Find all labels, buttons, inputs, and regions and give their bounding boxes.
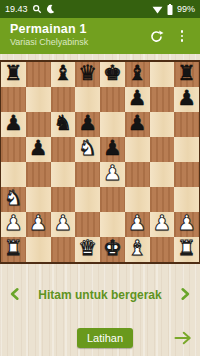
square-d8[interactable]: ♛ <box>75 62 100 87</box>
square-b6[interactable] <box>26 112 51 137</box>
square-g4[interactable] <box>150 162 175 187</box>
black-pawn: ♟ <box>128 113 147 134</box>
white-rook: ♜ <box>177 238 196 259</box>
search-icon <box>32 4 42 14</box>
training-button[interactable]: Latihan <box>77 328 133 348</box>
square-c4[interactable] <box>51 162 76 187</box>
square-c8[interactable]: ♝ <box>51 62 76 87</box>
overflow-menu-button[interactable] <box>172 26 192 46</box>
wifi-icon <box>152 5 163 14</box>
black-pawn: ♟ <box>29 138 48 159</box>
square-h4[interactable] <box>174 162 199 187</box>
white-pawn: ♟ <box>177 213 196 234</box>
black-pawn: ♟ <box>177 88 196 109</box>
next-move-button[interactable] <box>177 286 193 304</box>
square-d2[interactable] <box>75 212 100 237</box>
square-g3[interactable] <box>150 187 175 212</box>
square-h2[interactable]: ♟ <box>174 212 199 237</box>
forward-button[interactable] <box>173 329 193 347</box>
square-g5[interactable] <box>150 137 175 162</box>
status-bar: 19.43 99% <box>0 0 200 18</box>
square-e8[interactable]: ♚ <box>100 62 125 87</box>
white-bishop: ♝ <box>128 238 147 259</box>
previous-move-button[interactable] <box>7 286 23 304</box>
square-a1[interactable]: ♜ <box>1 237 26 262</box>
square-d6[interactable]: ♟ <box>75 112 100 137</box>
square-b5[interactable]: ♟ <box>26 137 51 162</box>
overflow-menu-icon <box>181 30 184 33</box>
chevron-right-icon <box>178 286 192 302</box>
white-king: ♚ <box>103 238 122 259</box>
square-a5[interactable] <box>1 137 26 162</box>
square-g1[interactable] <box>150 237 175 262</box>
square-b3[interactable] <box>26 187 51 212</box>
square-a7[interactable] <box>1 87 26 112</box>
square-b2[interactable]: ♟ <box>26 212 51 237</box>
white-knight: ♞ <box>4 188 23 209</box>
square-h7[interactable]: ♟ <box>174 87 199 112</box>
square-h3[interactable] <box>174 187 199 212</box>
white-pawn: ♟ <box>53 213 72 234</box>
square-h8[interactable]: ♜ <box>174 62 199 87</box>
square-f5[interactable] <box>125 137 150 162</box>
square-f2[interactable]: ♟ <box>125 212 150 237</box>
black-knight: ♞ <box>53 113 72 134</box>
black-rook: ♜ <box>177 63 196 84</box>
square-b7[interactable] <box>26 87 51 112</box>
square-a8[interactable]: ♜ <box>1 62 26 87</box>
square-a2[interactable]: ♟ <box>1 212 26 237</box>
white-pawn: ♟ <box>4 213 23 234</box>
square-f3[interactable] <box>125 187 150 212</box>
white-knight: ♞ <box>78 138 97 159</box>
white-pawn: ♟ <box>152 213 171 234</box>
square-g8[interactable] <box>150 62 175 87</box>
black-bishop: ♝ <box>53 63 72 84</box>
square-h6[interactable] <box>174 112 199 137</box>
square-a6[interactable]: ♟ <box>1 112 26 137</box>
black-rook: ♜ <box>4 63 23 84</box>
white-pawn: ♟ <box>29 213 48 234</box>
black-pawn: ♟ <box>4 113 23 134</box>
battery-percent: 99% <box>177 4 195 14</box>
square-f6[interactable]: ♟ <box>125 112 150 137</box>
refresh-icon <box>149 29 164 44</box>
battery-icon <box>167 4 173 15</box>
square-e4[interactable]: ♟ <box>100 162 125 187</box>
white-pawn: ♟ <box>128 213 147 234</box>
square-e3[interactable] <box>100 187 125 212</box>
move-status-text: Hitam untuk bergerak <box>38 288 161 302</box>
square-d3[interactable] <box>75 187 100 212</box>
square-c2[interactable]: ♟ <box>51 212 76 237</box>
black-king: ♚ <box>103 63 122 84</box>
black-pawn: ♟ <box>78 113 97 134</box>
square-e2[interactable] <box>100 212 125 237</box>
square-b8[interactable] <box>26 62 51 87</box>
square-g6[interactable] <box>150 112 175 137</box>
square-g2[interactable]: ♟ <box>150 212 175 237</box>
square-c3[interactable] <box>51 187 76 212</box>
white-queen: ♛ <box>78 238 97 259</box>
square-h1[interactable]: ♜ <box>174 237 199 262</box>
square-c1[interactable] <box>51 237 76 262</box>
square-b1[interactable] <box>26 237 51 262</box>
white-rook: ♜ <box>4 238 23 259</box>
square-f4[interactable] <box>125 162 150 187</box>
square-e1[interactable]: ♚ <box>100 237 125 262</box>
square-h5[interactable] <box>174 137 199 162</box>
black-queen: ♛ <box>78 63 97 84</box>
square-f1[interactable]: ♝ <box>125 237 150 262</box>
square-d1[interactable]: ♛ <box>75 237 100 262</box>
square-a4[interactable] <box>1 162 26 187</box>
square-c7[interactable] <box>51 87 76 112</box>
square-d7[interactable] <box>75 87 100 112</box>
square-c6[interactable]: ♞ <box>51 112 76 137</box>
black-pawn: ♟ <box>128 88 147 109</box>
square-g7[interactable] <box>150 87 175 112</box>
chevron-left-icon <box>8 286 22 302</box>
square-d4[interactable] <box>75 162 100 187</box>
square-a3[interactable]: ♞ <box>1 187 26 212</box>
crescent-moon-icon <box>46 4 56 14</box>
status-time: 19.43 <box>5 4 28 14</box>
square-d5[interactable]: ♞ <box>75 137 100 162</box>
square-b4[interactable] <box>26 162 51 187</box>
square-f7[interactable]: ♟ <box>125 87 150 112</box>
arrow-right-icon <box>173 329 193 347</box>
square-e6[interactable] <box>100 112 125 137</box>
chess-board: ♜♝♛♚♝♜♟♟♟♞♟♟♟♞♟♟♞♟♟♟♟♟♟♜♛♚♝♜ <box>0 60 200 264</box>
square-e5[interactable]: ♟ <box>100 137 125 162</box>
app-header: Permainan 1 Variasi Chelyabinsk <box>0 18 200 54</box>
black-bishop: ♝ <box>128 63 147 84</box>
square-e7[interactable] <box>100 87 125 112</box>
move-nav-row: Hitam untuk bergerak <box>0 284 200 306</box>
black-pawn: ♟ <box>103 138 122 159</box>
white-pawn: ♟ <box>103 163 122 184</box>
square-f8[interactable]: ♝ <box>125 62 150 87</box>
refresh-button[interactable] <box>146 26 166 46</box>
app-screen: 19.43 99% Permainan 1 Variasi Chelyabins… <box>0 0 200 356</box>
square-c5[interactable] <box>51 137 76 162</box>
